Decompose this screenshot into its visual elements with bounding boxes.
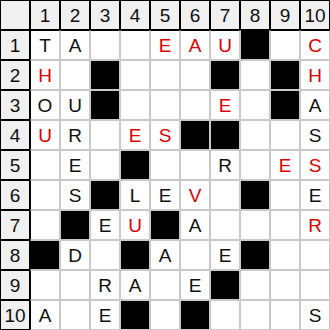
row-header-3: 3 (0, 90, 30, 120)
col-header-6: 6 (180, 0, 210, 30)
black-cell-r2-c7 (210, 60, 240, 90)
cell-r8-c5[interactable]: A (150, 240, 180, 270)
black-cell-r10-c6 (180, 300, 210, 330)
black-cell-r7-c5 (150, 210, 180, 240)
cell-r1-c3[interactable] (90, 30, 120, 60)
cell-r10-c1[interactable]: A (30, 300, 60, 330)
col-header-3: 3 (90, 0, 120, 30)
col-header-7: 7 (210, 0, 240, 30)
cell-r6-c10[interactable]: E (300, 180, 330, 210)
cell-r4-c8[interactable] (240, 120, 270, 150)
cell-r1-c5[interactable]: E (150, 30, 180, 60)
cell-r4-c9[interactable] (270, 120, 300, 150)
cell-r9-c10[interactable] (300, 270, 330, 300)
cell-r5-c6[interactable] (180, 150, 210, 180)
black-cell-r3-c9 (270, 90, 300, 120)
cell-r10-c10[interactable]: S (300, 300, 330, 330)
black-cell-r2-c3 (90, 60, 120, 90)
cell-r9-c1[interactable] (30, 270, 60, 300)
row-header-2: 2 (0, 60, 30, 90)
cell-r3-c2[interactable]: U (60, 90, 90, 120)
cell-r3-c5[interactable] (150, 90, 180, 120)
cell-r10-c5[interactable] (150, 300, 180, 330)
cell-r5-c7[interactable]: R (210, 150, 240, 180)
cell-r5-c10[interactable]: S (300, 150, 330, 180)
cell-r10-c2[interactable] (60, 300, 90, 330)
cell-r7-c9[interactable] (270, 210, 300, 240)
black-cell-r2-c9 (270, 60, 300, 90)
cell-r6-c6[interactable]: V (180, 180, 210, 210)
cell-r4-c5[interactable]: S (150, 120, 180, 150)
row-header-9: 9 (0, 270, 30, 300)
cell-r8-c3[interactable] (90, 240, 120, 270)
row-header-7: 7 (0, 210, 30, 240)
cell-r1-c6[interactable]: A (180, 30, 210, 60)
crossword-board: 123456789101TAEAUC2HH3OUEA4URESS5ERES6SL… (0, 0, 330, 330)
cell-r5-c9[interactable]: E (270, 150, 300, 180)
cell-r3-c7[interactable]: E (210, 90, 240, 120)
cell-r1-c10[interactable]: C (300, 30, 330, 60)
cell-r1-c1[interactable]: T (30, 30, 60, 60)
row-header-1: 1 (0, 30, 30, 60)
cell-r4-c1[interactable]: U (30, 120, 60, 150)
cell-r5-c3[interactable] (90, 150, 120, 180)
cell-r8-c7[interactable]: E (210, 240, 240, 270)
cell-r2-c10[interactable]: H (300, 60, 330, 90)
black-cell-r3-c3 (90, 90, 120, 120)
cell-r5-c2[interactable]: E (60, 150, 90, 180)
cell-r4-c10[interactable]: S (300, 120, 330, 150)
col-header-1: 1 (30, 0, 60, 30)
cell-r1-c2[interactable]: A (60, 30, 90, 60)
cell-r6-c2[interactable]: S (60, 180, 90, 210)
col-header-5: 5 (150, 0, 180, 30)
cell-r7-c7[interactable] (210, 210, 240, 240)
cell-r8-c6[interactable] (180, 240, 210, 270)
black-cell-r5-c4 (120, 150, 150, 180)
cell-r2-c2[interactable] (60, 60, 90, 90)
cell-r6-c9[interactable] (270, 180, 300, 210)
cell-r6-c5[interactable]: E (150, 180, 180, 210)
cell-r5-c5[interactable] (150, 150, 180, 180)
cell-r9-c4[interactable]: A (120, 270, 150, 300)
cell-r9-c3[interactable]: R (90, 270, 120, 300)
cell-r9-c8[interactable] (240, 270, 270, 300)
black-cell-r4-c7 (210, 120, 240, 150)
corner-cell (0, 0, 30, 30)
cell-r9-c6[interactable]: E (180, 270, 210, 300)
cell-r6-c1[interactable] (30, 180, 60, 210)
black-cell-r1-c8 (240, 30, 270, 60)
col-header-9: 9 (270, 0, 300, 30)
black-cell-r8-c4 (120, 240, 150, 270)
cell-r9-c9[interactable] (270, 270, 300, 300)
cell-r8-c10[interactable] (300, 240, 330, 270)
black-cell-r6-c3 (90, 180, 120, 210)
cell-r3-c6[interactable] (180, 90, 210, 120)
cell-r4-c2[interactable]: R (60, 120, 90, 150)
cell-r1-c4[interactable] (120, 30, 150, 60)
cell-r3-c4[interactable] (120, 90, 150, 120)
black-cell-r7-c2 (60, 210, 90, 240)
cell-r5-c8[interactable] (240, 150, 270, 180)
cell-r4-c3[interactable] (90, 120, 120, 150)
cell-r4-c4[interactable]: E (120, 120, 150, 150)
cell-r10-c9[interactable] (270, 300, 300, 330)
black-cell-r8-c8 (240, 240, 270, 270)
cell-r2-c6[interactable] (180, 60, 210, 90)
cell-r3-c10[interactable]: A (300, 90, 330, 120)
cell-r3-c1[interactable]: O (30, 90, 60, 120)
cell-r2-c1[interactable]: H (30, 60, 60, 90)
cell-r7-c8[interactable] (240, 210, 270, 240)
black-cell-r4-c6 (180, 120, 210, 150)
black-cell-r9-c7 (210, 270, 240, 300)
row-header-6: 6 (0, 180, 30, 210)
cell-r10-c8[interactable] (240, 300, 270, 330)
col-header-4: 4 (120, 0, 150, 30)
cell-r6-c7[interactable] (210, 180, 240, 210)
cell-r8-c9[interactable] (270, 240, 300, 270)
col-header-8: 8 (240, 0, 270, 30)
cell-r7-c1[interactable] (30, 210, 60, 240)
cell-r9-c5[interactable] (150, 270, 180, 300)
cell-r1-c9[interactable] (270, 30, 300, 60)
cell-r7-c3[interactable]: E (90, 210, 120, 240)
black-cell-r10-c4 (120, 300, 150, 330)
row-header-10: 10 (0, 300, 30, 330)
cell-r7-c6[interactable]: A (180, 210, 210, 240)
cell-r6-c4[interactable]: L (120, 180, 150, 210)
col-header-2: 2 (60, 0, 90, 30)
cell-r7-c4[interactable]: U (120, 210, 150, 240)
col-header-10: 10 (300, 0, 330, 30)
cell-r8-c2[interactable]: D (60, 240, 90, 270)
cell-r2-c5[interactable] (150, 60, 180, 90)
cell-r9-c2[interactable] (60, 270, 90, 300)
cell-r5-c1[interactable] (30, 150, 60, 180)
cell-r10-c3[interactable]: E (90, 300, 120, 330)
cell-r1-c7[interactable]: U (210, 30, 240, 60)
cell-r2-c4[interactable] (120, 60, 150, 90)
row-header-8: 8 (0, 240, 30, 270)
row-header-5: 5 (0, 150, 30, 180)
black-cell-r6-c8 (240, 180, 270, 210)
cell-r7-c10[interactable]: R (300, 210, 330, 240)
cell-r10-c7[interactable] (210, 300, 240, 330)
black-cell-r8-c1 (30, 240, 60, 270)
cell-r3-c8[interactable] (240, 90, 270, 120)
row-header-4: 4 (0, 120, 30, 150)
cell-r2-c8[interactable] (240, 60, 270, 90)
